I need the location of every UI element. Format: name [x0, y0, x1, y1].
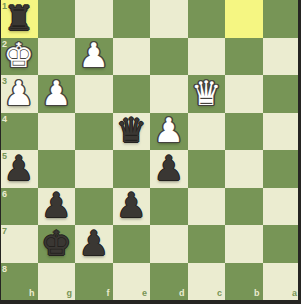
square-f1[interactable] [75, 0, 113, 38]
piece-black-pawn[interactable]: ♟ [79, 226, 109, 260]
file-label-b: b [254, 289, 260, 298]
square-f3[interactable] [75, 75, 113, 113]
file-label-c: c [217, 289, 222, 298]
square-g5[interactable] [38, 150, 76, 188]
piece-white-pawn[interactable]: ♟ [41, 76, 71, 110]
square-d8[interactable]: d [150, 263, 188, 301]
square-c6[interactable] [188, 188, 226, 226]
square-b5[interactable] [225, 150, 263, 188]
square-c1[interactable] [188, 0, 226, 38]
square-b2[interactable] [225, 38, 263, 76]
file-label-f: f [107, 289, 110, 298]
file-label-a: a [292, 289, 297, 298]
square-f5[interactable] [75, 150, 113, 188]
square-d5[interactable]: ♟ [150, 150, 188, 188]
square-d7[interactable] [150, 225, 188, 263]
square-b1[interactable] [225, 0, 263, 38]
board-edge-bottom [0, 300, 300, 304]
board-edge-right [298, 0, 300, 300]
square-h5[interactable]: 5♟ [0, 150, 38, 188]
square-d1[interactable] [150, 0, 188, 38]
square-a8[interactable]: a [263, 263, 301, 301]
piece-black-rook[interactable]: ♜ [4, 1, 34, 35]
square-a7[interactable] [263, 225, 301, 263]
square-b6[interactable] [225, 188, 263, 226]
square-e1[interactable] [113, 0, 151, 38]
square-f2[interactable]: ♟ [75, 38, 113, 76]
square-g1[interactable] [38, 0, 76, 38]
square-c2[interactable] [188, 38, 226, 76]
chess-board: 1♜2♚♟3♟♟♛4♛♟5♟♟6♟♟7♚♟8hgfedcba [0, 0, 300, 300]
square-e6[interactable]: ♟ [113, 188, 151, 226]
square-e7[interactable] [113, 225, 151, 263]
square-a6[interactable] [263, 188, 301, 226]
piece-white-pawn[interactable]: ♟ [154, 113, 184, 147]
piece-white-pawn[interactable]: ♟ [79, 38, 109, 72]
square-d3[interactable] [150, 75, 188, 113]
file-label-h: h [29, 289, 35, 298]
square-c4[interactable] [188, 113, 226, 151]
square-d4[interactable]: ♟ [150, 113, 188, 151]
square-h8[interactable]: 8h [0, 263, 38, 301]
file-label-e: e [142, 289, 147, 298]
square-b8[interactable]: b [225, 263, 263, 301]
piece-black-king[interactable]: ♚ [41, 226, 71, 260]
square-a5[interactable] [263, 150, 301, 188]
square-f6[interactable] [75, 188, 113, 226]
square-g4[interactable] [38, 113, 76, 151]
piece-white-pawn[interactable]: ♟ [4, 76, 34, 110]
square-e5[interactable] [113, 150, 151, 188]
square-g8[interactable]: g [38, 263, 76, 301]
piece-black-pawn[interactable]: ♟ [116, 188, 146, 222]
piece-white-queen[interactable]: ♛ [191, 76, 221, 110]
square-a3[interactable] [263, 75, 301, 113]
square-e2[interactable] [113, 38, 151, 76]
square-a1[interactable] [263, 0, 301, 38]
square-e3[interactable] [113, 75, 151, 113]
file-label-g: g [67, 289, 73, 298]
square-f7[interactable]: ♟ [75, 225, 113, 263]
square-f8[interactable]: f [75, 263, 113, 301]
rank-label-6: 6 [2, 190, 7, 199]
piece-white-king[interactable]: ♚ [4, 38, 34, 72]
square-g7[interactable]: ♚ [38, 225, 76, 263]
rank-label-4: 4 [2, 115, 7, 124]
file-label-d: d [179, 289, 185, 298]
square-g2[interactable] [38, 38, 76, 76]
piece-black-pawn[interactable]: ♟ [41, 188, 71, 222]
square-b7[interactable] [225, 225, 263, 263]
square-c3[interactable]: ♛ [188, 75, 226, 113]
square-e4[interactable]: ♛ [113, 113, 151, 151]
board-edge-left [0, 0, 1, 300]
square-g3[interactable]: ♟ [38, 75, 76, 113]
square-f4[interactable] [75, 113, 113, 151]
square-c5[interactable] [188, 150, 226, 188]
piece-black-pawn[interactable]: ♟ [154, 151, 184, 185]
square-h1[interactable]: 1♜ [0, 0, 38, 38]
rank-label-7: 7 [2, 227, 7, 236]
square-g6[interactable]: ♟ [38, 188, 76, 226]
square-d2[interactable] [150, 38, 188, 76]
square-h4[interactable]: 4 [0, 113, 38, 151]
piece-black-pawn[interactable]: ♟ [4, 151, 34, 185]
square-h3[interactable]: 3♟ [0, 75, 38, 113]
square-h6[interactable]: 6 [0, 188, 38, 226]
square-a2[interactable] [263, 38, 301, 76]
square-b4[interactable] [225, 113, 263, 151]
square-a4[interactable] [263, 113, 301, 151]
square-e8[interactable]: e [113, 263, 151, 301]
piece-black-queen[interactable]: ♛ [116, 113, 146, 147]
square-d6[interactable] [150, 188, 188, 226]
square-c8[interactable]: c [188, 263, 226, 301]
square-h7[interactable]: 7 [0, 225, 38, 263]
rank-label-8: 8 [2, 265, 7, 274]
square-h2[interactable]: 2♚ [0, 38, 38, 76]
square-b3[interactable] [225, 75, 263, 113]
square-c7[interactable] [188, 225, 226, 263]
chess-app-board-area: 1♜2♚♟3♟♟♛4♛♟5♟♟6♟♟7♚♟8hgfedcba [0, 0, 300, 304]
